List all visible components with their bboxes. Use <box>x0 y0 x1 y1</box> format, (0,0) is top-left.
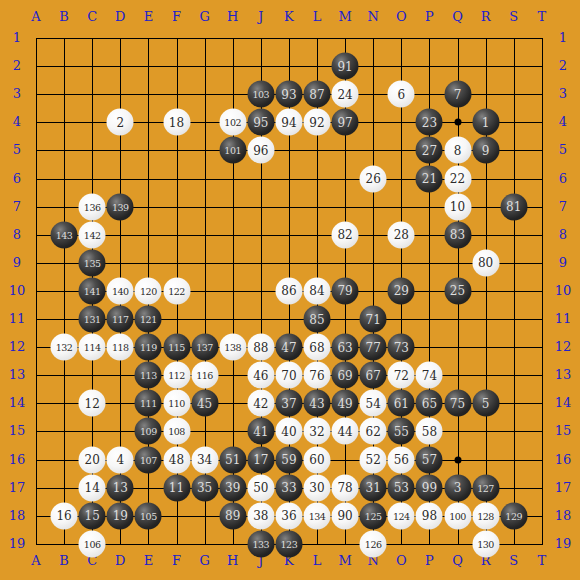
stone-black-81-S7[interactable]: 81 <box>500 193 527 220</box>
go-game-record-screen: ABCDEFGHJKLMNOPQRST ABCDEFGHJKLMNOPQRST … <box>0 0 580 580</box>
stone-black-127-R17[interactable]: 127 <box>472 474 499 501</box>
row-label-left-17: 17 <box>6 481 28 495</box>
stone-black-129-S18[interactable]: 129 <box>500 502 527 529</box>
row-label-left-10: 10 <box>6 284 28 298</box>
stone-black-49-M14[interactable]: 49 <box>332 390 359 417</box>
row-label-left-8: 8 <box>6 228 28 242</box>
stone-white-78-M17[interactable]: 78 <box>332 474 359 501</box>
stone-black-37-K14[interactable]: 37 <box>275 390 302 417</box>
stone-black-59-K16[interactable]: 59 <box>275 446 302 473</box>
stone-black-101-H5[interactable]: 101 <box>219 137 246 164</box>
stone-white-84-L10[interactable]: 84 <box>304 277 331 304</box>
stone-white-114-C12[interactable]: 114 <box>79 334 106 361</box>
stone-black-51-H16[interactable]: 51 <box>219 446 246 473</box>
stone-white-58-P15[interactable]: 58 <box>416 418 443 445</box>
stone-black-111-E14[interactable]: 111 <box>135 390 162 417</box>
stone-black-1-R4[interactable]: 1 <box>472 109 499 136</box>
stone-white-126-N19[interactable]: 126 <box>360 530 387 557</box>
stone-black-123-K19[interactable]: 123 <box>275 530 302 557</box>
row-label-right-14: 14 <box>552 396 574 410</box>
stone-white-138-H12[interactable]: 138 <box>219 334 246 361</box>
stone-white-30-L17[interactable]: 30 <box>304 474 331 501</box>
stone-black-95-J4[interactable]: 95 <box>247 109 274 136</box>
stone-black-39-H17[interactable]: 39 <box>219 474 246 501</box>
column-label-bottom-F: F <box>166 554 188 568</box>
stone-white-98-P18[interactable]: 98 <box>416 502 443 529</box>
row-label-left-12: 12 <box>6 340 28 354</box>
row-label-right-2: 2 <box>552 59 574 73</box>
stone-white-52-N16[interactable]: 52 <box>360 446 387 473</box>
row-label-right-11: 11 <box>552 312 574 326</box>
column-label-bottom-L: L <box>306 554 328 568</box>
row-label-left-2: 2 <box>6 59 28 73</box>
row-label-right-9: 9 <box>552 256 574 270</box>
stone-black-135-C9[interactable]: 135 <box>79 249 106 276</box>
stone-black-7-Q3[interactable]: 7 <box>444 81 471 108</box>
stone-black-47-K12[interactable]: 47 <box>275 334 302 361</box>
stone-white-70-K13[interactable]: 70 <box>275 362 302 389</box>
row-label-right-4: 4 <box>552 115 574 129</box>
stone-white-14-C17[interactable]: 14 <box>79 474 106 501</box>
column-label-top-C: C <box>81 10 103 24</box>
stone-black-33-K17[interactable]: 33 <box>275 474 302 501</box>
column-label-bottom-T: T <box>531 554 553 568</box>
stone-black-79-M10[interactable]: 79 <box>332 277 359 304</box>
column-label-bottom-O: O <box>390 554 412 568</box>
stone-black-103-J3[interactable]: 103 <box>247 81 274 108</box>
stone-white-72-O13[interactable]: 72 <box>388 362 415 389</box>
stone-black-77-N12[interactable]: 77 <box>360 334 387 361</box>
stone-black-63-M12[interactable]: 63 <box>332 334 359 361</box>
row-label-left-19: 19 <box>6 537 28 551</box>
stone-white-38-J18[interactable]: 38 <box>247 502 274 529</box>
stone-white-40-K15[interactable]: 40 <box>275 418 302 445</box>
stone-black-121-E11[interactable]: 121 <box>135 306 162 333</box>
column-label-top-S: S <box>503 10 525 24</box>
stone-black-109-E15[interactable]: 109 <box>135 418 162 445</box>
stone-black-71-N11[interactable]: 71 <box>360 306 387 333</box>
row-label-right-1: 1 <box>552 31 574 45</box>
stone-black-19-D18[interactable]: 19 <box>107 502 134 529</box>
stone-black-35-G17[interactable]: 35 <box>191 474 218 501</box>
stone-black-107-E16[interactable]: 107 <box>135 446 162 473</box>
column-label-top-K: K <box>278 10 300 24</box>
row-label-left-14: 14 <box>6 396 28 410</box>
stone-black-117-D11[interactable]: 117 <box>107 306 134 333</box>
row-label-right-10: 10 <box>552 284 574 298</box>
row-label-left-7: 7 <box>6 200 28 214</box>
stone-black-43-L14[interactable]: 43 <box>304 390 331 417</box>
row-label-left-1: 1 <box>6 31 28 45</box>
stone-black-25-Q10[interactable]: 25 <box>444 277 471 304</box>
stone-black-3-Q17[interactable]: 3 <box>444 474 471 501</box>
row-label-right-16: 16 <box>552 453 574 467</box>
stone-white-92-L4[interactable]: 92 <box>304 109 331 136</box>
column-label-top-R: R <box>475 10 497 24</box>
stone-white-36-K18[interactable]: 36 <box>275 502 302 529</box>
column-label-bottom-Q: Q <box>447 554 469 568</box>
stone-white-124-O18[interactable]: 124 <box>388 502 415 529</box>
stone-white-48-F16[interactable]: 48 <box>163 446 190 473</box>
stone-white-100-Q18[interactable]: 100 <box>444 502 471 529</box>
column-label-bottom-G: G <box>194 554 216 568</box>
column-label-top-G: G <box>194 10 216 24</box>
stone-black-21-P6[interactable]: 21 <box>416 165 443 192</box>
star-point-Q16 <box>454 456 461 463</box>
column-label-top-P: P <box>418 10 440 24</box>
row-label-right-12: 12 <box>552 340 574 354</box>
column-label-top-L: L <box>306 10 328 24</box>
stone-black-11-F17[interactable]: 11 <box>163 474 190 501</box>
column-label-top-D: D <box>109 10 131 24</box>
row-label-right-3: 3 <box>552 87 574 101</box>
stone-white-44-M15[interactable]: 44 <box>332 418 359 445</box>
stone-white-102-H4[interactable]: 102 <box>219 109 246 136</box>
stone-black-113-E13[interactable]: 113 <box>135 362 162 389</box>
stone-black-137-G12[interactable]: 137 <box>191 334 218 361</box>
stone-white-108-F15[interactable]: 108 <box>163 418 190 445</box>
stone-white-56-O16[interactable]: 56 <box>388 446 415 473</box>
stone-black-23-P4[interactable]: 23 <box>416 109 443 136</box>
stone-white-76-L13[interactable]: 76 <box>304 362 331 389</box>
row-label-right-18: 18 <box>552 509 574 523</box>
stone-black-115-F12[interactable]: 115 <box>163 334 190 361</box>
stone-white-16-B18[interactable]: 16 <box>51 502 78 529</box>
column-label-top-Q: Q <box>447 10 469 24</box>
stone-black-55-O15[interactable]: 55 <box>388 418 415 445</box>
stone-white-32-L15[interactable]: 32 <box>304 418 331 445</box>
stone-black-73-O12[interactable]: 73 <box>388 334 415 361</box>
row-label-right-6: 6 <box>552 172 574 186</box>
column-label-top-H: H <box>222 10 244 24</box>
stone-white-130-R19[interactable]: 130 <box>472 530 499 557</box>
stone-black-61-O14[interactable]: 61 <box>388 390 415 417</box>
column-label-bottom-P: P <box>418 554 440 568</box>
column-label-top-T: T <box>531 10 553 24</box>
stone-black-141-C10[interactable]: 141 <box>79 277 106 304</box>
column-label-bottom-D: D <box>109 554 131 568</box>
stone-white-10-Q7[interactable]: 10 <box>444 193 471 220</box>
stone-black-131-C11[interactable]: 131 <box>79 306 106 333</box>
row-label-left-18: 18 <box>6 509 28 523</box>
stone-white-4-D16[interactable]: 4 <box>107 446 134 473</box>
stone-black-143-B8[interactable]: 143 <box>51 221 78 248</box>
column-label-top-M: M <box>334 10 356 24</box>
stone-black-27-P5[interactable]: 27 <box>416 137 443 164</box>
stone-white-68-L12[interactable]: 68 <box>304 334 331 361</box>
row-label-left-11: 11 <box>6 312 28 326</box>
stone-black-97-M4[interactable]: 97 <box>332 109 359 136</box>
stone-white-74-P13[interactable]: 74 <box>416 362 443 389</box>
stone-white-110-F14[interactable]: 110 <box>163 390 190 417</box>
stone-black-85-L11[interactable]: 85 <box>304 306 331 333</box>
row-label-right-17: 17 <box>552 481 574 495</box>
column-label-top-F: F <box>166 10 188 24</box>
stone-black-5-R14[interactable]: 5 <box>472 390 499 417</box>
stone-black-45-G14[interactable]: 45 <box>191 390 218 417</box>
row-label-right-8: 8 <box>552 228 574 242</box>
column-label-bottom-S: S <box>503 554 525 568</box>
stone-black-89-H18[interactable]: 89 <box>219 502 246 529</box>
stone-white-28-O8[interactable]: 28 <box>388 221 415 248</box>
stone-black-31-N17[interactable]: 31 <box>360 474 387 501</box>
stone-white-94-K4[interactable]: 94 <box>275 109 302 136</box>
row-label-right-7: 7 <box>552 200 574 214</box>
stone-black-91-M2[interactable]: 91 <box>332 53 359 80</box>
stone-black-99-P17[interactable]: 99 <box>416 474 443 501</box>
stone-black-67-N13[interactable]: 67 <box>360 362 387 389</box>
column-label-top-A: A <box>25 10 47 24</box>
column-label-top-O: O <box>390 10 412 24</box>
row-label-left-13: 13 <box>6 368 28 382</box>
stone-white-112-F13[interactable]: 112 <box>163 362 190 389</box>
stone-black-139-D7[interactable]: 139 <box>107 193 134 220</box>
stone-black-93-K3[interactable]: 93 <box>275 81 302 108</box>
column-label-top-E: E <box>137 10 159 24</box>
stone-black-53-O17[interactable]: 53 <box>388 474 415 501</box>
stone-black-57-P16[interactable]: 57 <box>416 446 443 473</box>
stone-white-46-J13[interactable]: 46 <box>247 362 274 389</box>
row-label-left-9: 9 <box>6 256 28 270</box>
row-label-left-6: 6 <box>6 172 28 186</box>
stone-white-82-M8[interactable]: 82 <box>332 221 359 248</box>
stone-black-119-E12[interactable]: 119 <box>135 334 162 361</box>
stone-black-83-Q8[interactable]: 83 <box>444 221 471 248</box>
star-point-Q4 <box>454 119 461 126</box>
stone-white-62-N15[interactable]: 62 <box>360 418 387 445</box>
stone-black-17-J16[interactable]: 17 <box>247 446 274 473</box>
row-label-right-13: 13 <box>552 368 574 382</box>
stone-white-2-D4[interactable]: 2 <box>107 109 134 136</box>
row-label-left-4: 4 <box>6 115 28 129</box>
stone-black-65-P14[interactable]: 65 <box>416 390 443 417</box>
column-label-bottom-E: E <box>137 554 159 568</box>
stone-white-24-M3[interactable]: 24 <box>332 81 359 108</box>
stone-white-140-D10[interactable]: 140 <box>107 277 134 304</box>
column-label-top-B: B <box>53 10 75 24</box>
stone-black-9-R5[interactable]: 9 <box>472 137 499 164</box>
stone-white-54-N14[interactable]: 54 <box>360 390 387 417</box>
stone-white-50-J17[interactable]: 50 <box>247 474 274 501</box>
stone-white-8-Q5[interactable]: 8 <box>444 137 471 164</box>
column-label-bottom-B: B <box>53 554 75 568</box>
stone-white-96-J5[interactable]: 96 <box>247 137 274 164</box>
stone-white-136-C7[interactable]: 136 <box>79 193 106 220</box>
row-label-left-3: 3 <box>6 87 28 101</box>
column-label-top-N: N <box>362 10 384 24</box>
stone-white-122-F10[interactable]: 122 <box>163 277 190 304</box>
stone-black-105-E18[interactable]: 105 <box>135 502 162 529</box>
stone-white-18-F4[interactable]: 18 <box>163 109 190 136</box>
stone-black-125-N18[interactable]: 125 <box>360 502 387 529</box>
stone-white-106-C19[interactable]: 106 <box>79 530 106 557</box>
row-label-left-16: 16 <box>6 453 28 467</box>
stone-white-80-R9[interactable]: 80 <box>472 249 499 276</box>
row-label-right-19: 19 <box>552 537 574 551</box>
stone-white-60-L16[interactable]: 60 <box>304 446 331 473</box>
stone-black-69-M13[interactable]: 69 <box>332 362 359 389</box>
stone-white-134-L18[interactable]: 134 <box>304 502 331 529</box>
stone-white-132-B12[interactable]: 132 <box>51 334 78 361</box>
stone-white-88-J12[interactable]: 88 <box>247 334 274 361</box>
column-label-bottom-M: M <box>334 554 356 568</box>
row-label-left-15: 15 <box>6 424 28 438</box>
stone-black-87-L3[interactable]: 87 <box>304 81 331 108</box>
stone-white-42-J14[interactable]: 42 <box>247 390 274 417</box>
stone-white-116-G13[interactable]: 116 <box>191 362 218 389</box>
row-label-left-5: 5 <box>6 143 28 157</box>
stone-white-142-C8[interactable]: 142 <box>79 221 106 248</box>
stone-white-86-K10[interactable]: 86 <box>275 277 302 304</box>
row-label-right-15: 15 <box>552 424 574 438</box>
stone-white-128-R18[interactable]: 128 <box>472 502 499 529</box>
column-label-bottom-A: A <box>25 554 47 568</box>
row-label-right-5: 5 <box>552 143 574 157</box>
stone-white-34-G16[interactable]: 34 <box>191 446 218 473</box>
stone-white-22-Q6[interactable]: 22 <box>444 165 471 192</box>
stone-white-26-N6[interactable]: 26 <box>360 165 387 192</box>
stone-white-118-D12[interactable]: 118 <box>107 334 134 361</box>
stone-white-120-E10[interactable]: 120 <box>135 277 162 304</box>
column-label-top-J: J <box>250 10 272 24</box>
stone-white-6-O3[interactable]: 6 <box>388 81 415 108</box>
column-label-bottom-H: H <box>222 554 244 568</box>
stone-black-133-J19[interactable]: 133 <box>247 530 274 557</box>
stone-white-20-C16[interactable]: 20 <box>79 446 106 473</box>
stone-black-15-C18[interactable]: 15 <box>79 502 106 529</box>
stone-white-90-M18[interactable]: 90 <box>332 502 359 529</box>
stone-white-12-C14[interactable]: 12 <box>79 390 106 417</box>
stone-black-75-Q14[interactable]: 75 <box>444 390 471 417</box>
stone-black-13-D17[interactable]: 13 <box>107 474 134 501</box>
stone-black-41-J15[interactable]: 41 <box>247 418 274 445</box>
stone-black-29-O10[interactable]: 29 <box>388 277 415 304</box>
